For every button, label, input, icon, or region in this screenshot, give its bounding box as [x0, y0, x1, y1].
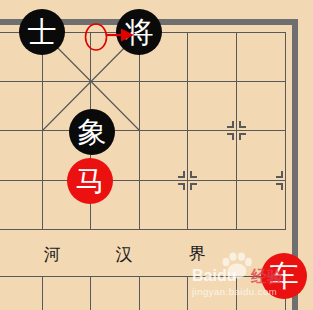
piece-black-advisor[interactable]: 士: [19, 9, 65, 55]
piece-black-elephant[interactable]: 象: [69, 109, 115, 155]
river-char-he: 河: [44, 243, 61, 266]
river-char-jie: 界: [189, 242, 206, 265]
piece-black-general[interactable]: 将: [116, 9, 162, 55]
xiangqi-board-diagram: 河 汉 界 士将象马车 Baidu 经验 jingyan.baidu.com: [0, 0, 313, 310]
point-markers: [178, 121, 282, 190]
river-char-han: 汉: [116, 243, 133, 266]
piece-red-horse[interactable]: 马: [67, 158, 113, 204]
piece-red-chariot[interactable]: 车: [261, 253, 307, 299]
board-outer-border: [0, 22, 295, 310]
